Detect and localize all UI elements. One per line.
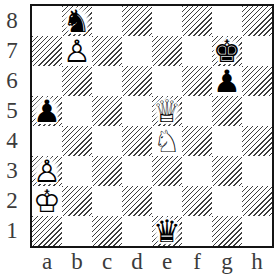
square-c2[interactable]	[92, 186, 122, 216]
square-g4[interactable]	[212, 126, 242, 156]
square-b6[interactable]	[62, 66, 92, 96]
square-e3[interactable]	[152, 156, 182, 186]
square-a7[interactable]	[32, 36, 62, 66]
rank-label-1: 1	[0, 216, 24, 246]
square-a5[interactable]: ♟	[32, 96, 62, 126]
piece-white-pawn-b7[interactable]: ♙	[62, 36, 92, 66]
rank-label-3: 3	[0, 156, 24, 186]
square-c3[interactable]	[92, 156, 122, 186]
square-d1[interactable]	[122, 216, 152, 246]
chess-board: ♞♙♚♟♟♕♘♙♔♛	[30, 4, 274, 248]
square-d6[interactable]	[122, 66, 152, 96]
square-g8[interactable]	[212, 6, 242, 36]
square-d8[interactable]	[122, 6, 152, 36]
piece-black-king-g7[interactable]: ♚	[212, 36, 242, 66]
file-label-e: e	[152, 250, 182, 274]
rank-label-8: 8	[0, 6, 24, 36]
square-g1[interactable]	[212, 216, 242, 246]
square-e4[interactable]: ♘	[152, 126, 182, 156]
square-b3[interactable]	[62, 156, 92, 186]
file-label-a: a	[32, 250, 62, 274]
file-label-h: h	[242, 250, 272, 274]
square-f7[interactable]	[182, 36, 212, 66]
square-g7[interactable]: ♚	[212, 36, 242, 66]
piece-black-pawn-a5[interactable]: ♟	[32, 96, 62, 126]
square-c4[interactable]	[92, 126, 122, 156]
rank-label-4: 4	[0, 126, 24, 156]
square-e8[interactable]	[152, 6, 182, 36]
square-b7[interactable]: ♙	[62, 36, 92, 66]
square-g5[interactable]	[212, 96, 242, 126]
square-e2[interactable]	[152, 186, 182, 216]
square-g6[interactable]: ♟	[212, 66, 242, 96]
square-f3[interactable]	[182, 156, 212, 186]
square-c5[interactable]	[92, 96, 122, 126]
file-label-b: b	[62, 250, 92, 274]
square-h8[interactable]	[242, 6, 272, 36]
square-d5[interactable]	[122, 96, 152, 126]
square-d4[interactable]	[122, 126, 152, 156]
square-g2[interactable]	[212, 186, 242, 216]
square-e6[interactable]	[152, 66, 182, 96]
square-b1[interactable]	[62, 216, 92, 246]
square-h5[interactable]	[242, 96, 272, 126]
piece-white-knight-e4[interactable]: ♘	[152, 126, 182, 156]
square-e5[interactable]: ♕	[152, 96, 182, 126]
chess-diagram-page: ♞♙♚♟♟♕♘♙♔♛ 87654321 abcdefgh	[0, 0, 279, 279]
piece-black-knight-b8[interactable]: ♞	[62, 6, 92, 36]
square-b8[interactable]: ♞	[62, 6, 92, 36]
square-f4[interactable]	[182, 126, 212, 156]
square-d7[interactable]	[122, 36, 152, 66]
square-c7[interactable]	[92, 36, 122, 66]
square-d2[interactable]	[122, 186, 152, 216]
file-label-c: c	[92, 250, 122, 274]
square-a3[interactable]: ♙	[32, 156, 62, 186]
square-g3[interactable]	[212, 156, 242, 186]
square-h6[interactable]	[242, 66, 272, 96]
file-label-f: f	[182, 250, 212, 274]
square-e1[interactable]: ♛	[152, 216, 182, 246]
square-c6[interactable]	[92, 66, 122, 96]
square-f8[interactable]	[182, 6, 212, 36]
square-b2[interactable]	[62, 186, 92, 216]
square-c8[interactable]	[92, 6, 122, 36]
rank-label-2: 2	[0, 186, 24, 216]
square-a2[interactable]: ♔	[32, 186, 62, 216]
square-h2[interactable]	[242, 186, 272, 216]
square-f5[interactable]	[182, 96, 212, 126]
square-h1[interactable]	[242, 216, 272, 246]
square-b4[interactable]	[62, 126, 92, 156]
square-d3[interactable]	[122, 156, 152, 186]
file-label-d: d	[122, 250, 152, 274]
file-label-g: g	[212, 250, 242, 274]
piece-white-queen-e5[interactable]: ♕	[152, 96, 182, 126]
square-a4[interactable]	[32, 126, 62, 156]
square-a1[interactable]	[32, 216, 62, 246]
rank-label-7: 7	[0, 36, 24, 66]
square-h3[interactable]	[242, 156, 272, 186]
square-c1[interactable]	[92, 216, 122, 246]
square-b5[interactable]	[62, 96, 92, 126]
piece-black-pawn-g6[interactable]: ♟	[212, 66, 242, 96]
square-h4[interactable]	[242, 126, 272, 156]
piece-black-queen-e1[interactable]: ♛	[152, 216, 182, 246]
square-a8[interactable]	[32, 6, 62, 36]
rank-label-5: 5	[0, 96, 24, 126]
square-h7[interactable]	[242, 36, 272, 66]
square-e7[interactable]	[152, 36, 182, 66]
piece-white-pawn-a3[interactable]: ♙	[32, 156, 62, 186]
square-a6[interactable]	[32, 66, 62, 96]
square-f6[interactable]	[182, 66, 212, 96]
piece-white-king-a2[interactable]: ♔	[32, 186, 62, 216]
square-f1[interactable]	[182, 216, 212, 246]
rank-label-6: 6	[0, 66, 24, 96]
square-f2[interactable]	[182, 186, 212, 216]
